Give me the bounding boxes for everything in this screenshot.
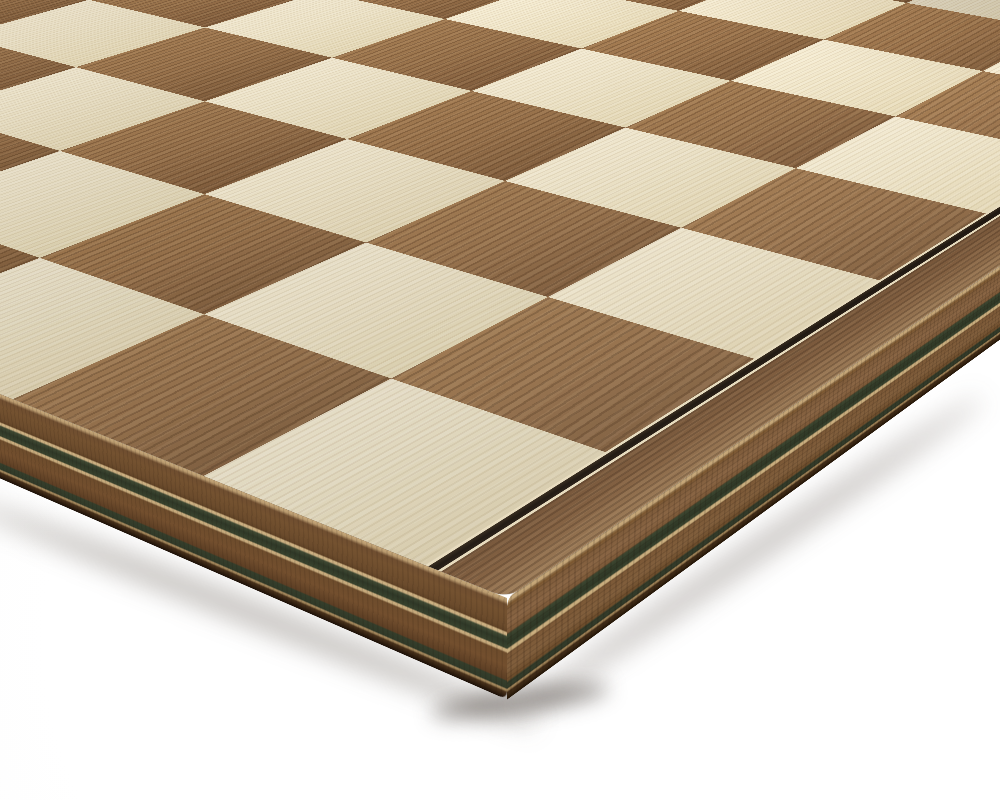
product-photo-scene [0,0,1000,800]
